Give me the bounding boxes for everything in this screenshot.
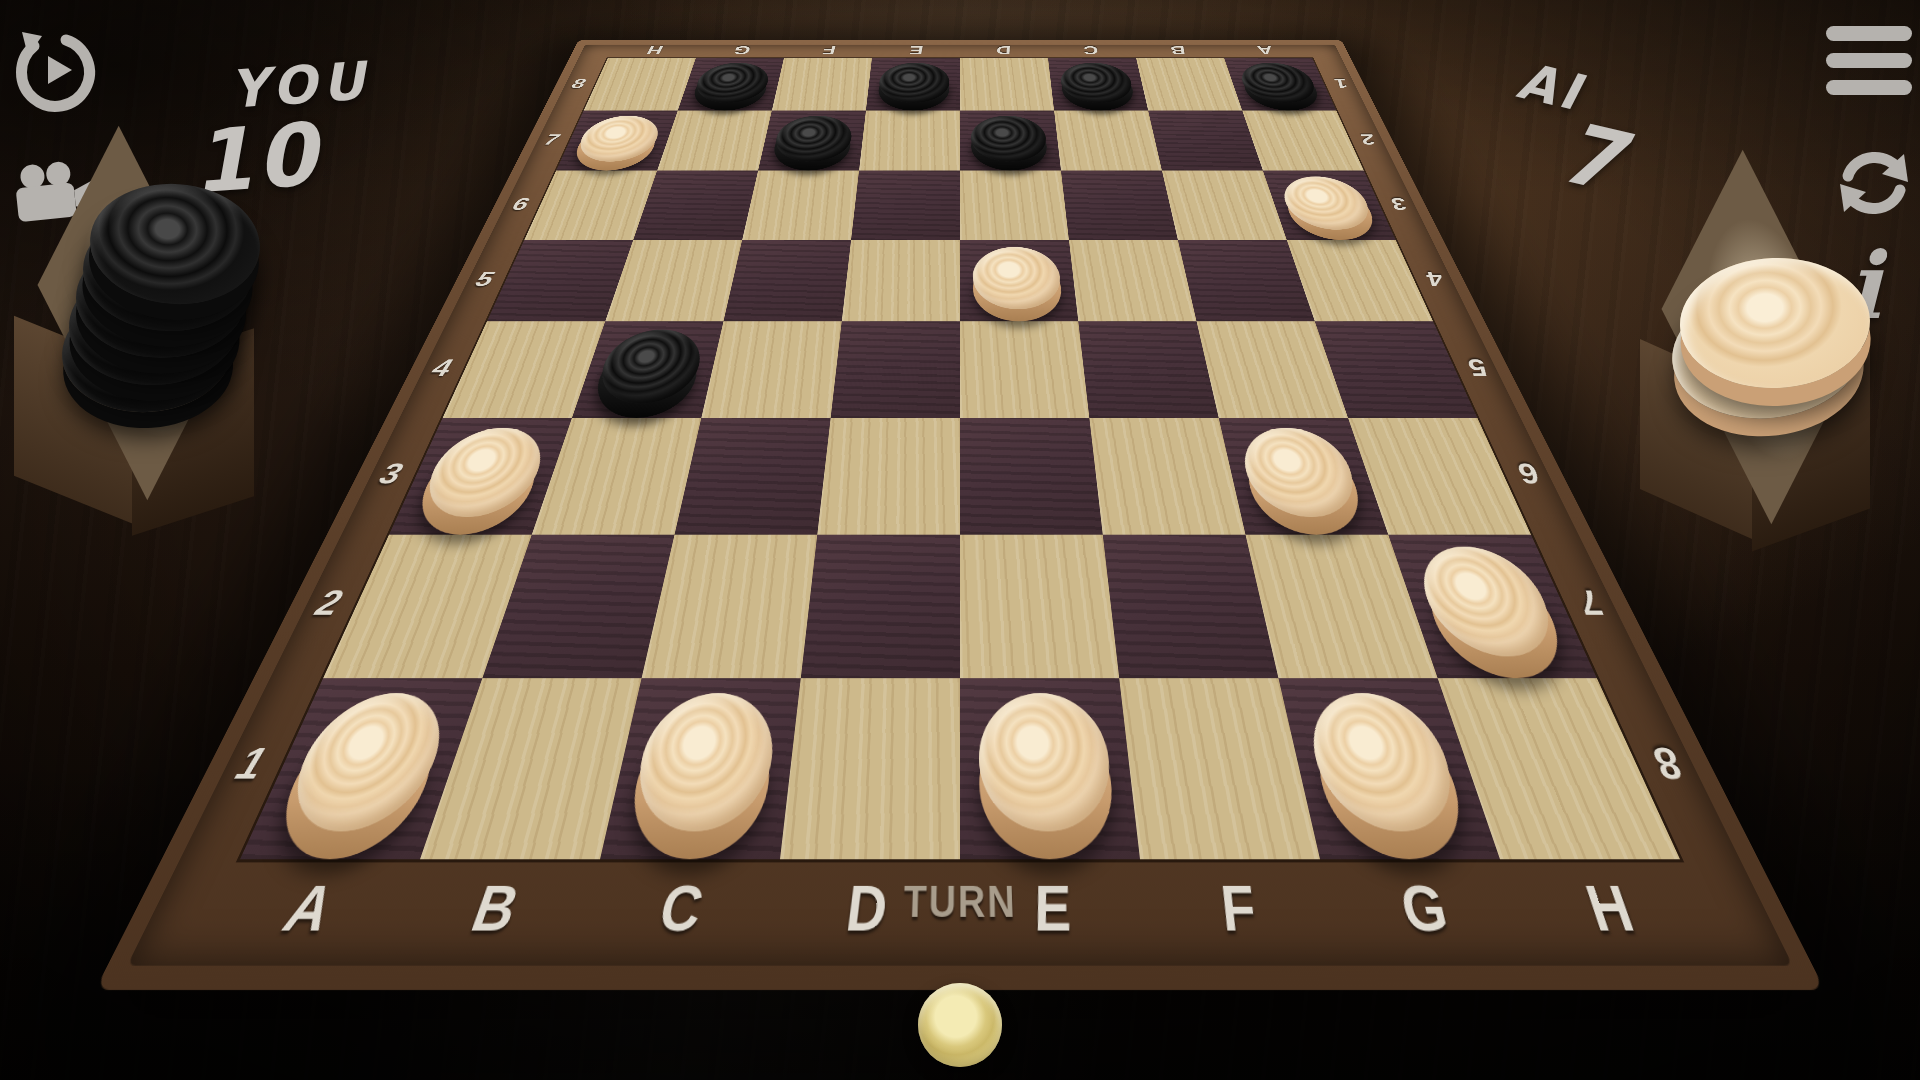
- menu-button[interactable]: [1824, 22, 1914, 102]
- table-background: AHBGCFDEEDFCGBHA8172635445362718 TURN YO…: [0, 0, 1920, 1080]
- sync-button[interactable]: [1834, 142, 1914, 224]
- menu-icon: [1824, 22, 1914, 102]
- hud-layer: YOU 10 AI 7: [0, 0, 1920, 1080]
- restart-icon: [8, 24, 100, 116]
- turn-indicator-disc: [918, 983, 1002, 1067]
- restart-button[interactable]: [8, 24, 100, 116]
- sync-icon: [1834, 142, 1914, 224]
